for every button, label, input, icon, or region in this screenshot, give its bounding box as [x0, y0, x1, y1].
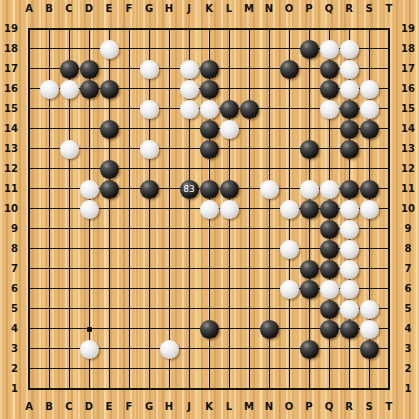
intersection-H13[interactable] — [159, 139, 179, 159]
intersection-F5[interactable] — [119, 299, 139, 319]
intersection-S12[interactable] — [359, 159, 379, 179]
intersection-E2[interactable] — [99, 359, 119, 379]
intersection-G16[interactable] — [139, 79, 159, 99]
intersection-B1[interactable] — [39, 379, 59, 399]
intersection-G11[interactable] — [139, 179, 159, 199]
intersection-N8[interactable] — [259, 239, 279, 259]
intersection-J9[interactable] — [179, 219, 199, 239]
intersection-M5[interactable] — [239, 299, 259, 319]
intersection-D4[interactable] — [79, 319, 99, 339]
intersection-G18[interactable] — [139, 39, 159, 59]
intersection-N1[interactable] — [259, 379, 279, 399]
intersection-L14[interactable] — [219, 119, 239, 139]
intersection-T9[interactable] — [379, 219, 399, 239]
intersection-S6[interactable] — [359, 279, 379, 299]
intersection-J16[interactable] — [179, 79, 199, 99]
intersection-S16[interactable] — [359, 79, 379, 99]
intersection-Q14[interactable] — [319, 119, 339, 139]
intersection-M3[interactable] — [239, 339, 259, 359]
intersection-C12[interactable] — [59, 159, 79, 179]
intersection-A15[interactable] — [19, 99, 39, 119]
intersection-K3[interactable] — [199, 339, 219, 359]
intersection-Q3[interactable] — [319, 339, 339, 359]
intersection-K10[interactable] — [199, 199, 219, 219]
intersection-N2[interactable] — [259, 359, 279, 379]
intersection-E10[interactable] — [99, 199, 119, 219]
intersection-Q15[interactable] — [319, 99, 339, 119]
intersection-G8[interactable] — [139, 239, 159, 259]
intersection-S4[interactable] — [359, 319, 379, 339]
intersection-L17[interactable] — [219, 59, 239, 79]
intersection-P13[interactable] — [299, 139, 319, 159]
intersection-R3[interactable] — [339, 339, 359, 359]
intersection-B4[interactable] — [39, 319, 59, 339]
intersection-P7[interactable] — [299, 259, 319, 279]
intersection-R12[interactable] — [339, 159, 359, 179]
intersection-G5[interactable] — [139, 299, 159, 319]
intersection-F7[interactable] — [119, 259, 139, 279]
intersection-R6[interactable] — [339, 279, 359, 299]
intersection-O18[interactable] — [279, 39, 299, 59]
intersection-H7[interactable] — [159, 259, 179, 279]
intersection-N11[interactable] — [259, 179, 279, 199]
intersection-C16[interactable] — [59, 79, 79, 99]
intersection-F3[interactable] — [119, 339, 139, 359]
intersection-P19[interactable] — [299, 19, 319, 39]
intersection-G14[interactable] — [139, 119, 159, 139]
intersection-P11[interactable] — [299, 179, 319, 199]
intersection-M18[interactable] — [239, 39, 259, 59]
intersection-B6[interactable] — [39, 279, 59, 299]
intersection-L13[interactable] — [219, 139, 239, 159]
intersection-Q19[interactable] — [319, 19, 339, 39]
intersection-R15[interactable] — [339, 99, 359, 119]
intersection-G9[interactable] — [139, 219, 159, 239]
intersection-A1[interactable] — [19, 379, 39, 399]
intersection-R7[interactable] — [339, 259, 359, 279]
intersection-P4[interactable] — [299, 319, 319, 339]
intersection-T10[interactable] — [379, 199, 399, 219]
intersection-B9[interactable] — [39, 219, 59, 239]
intersection-A18[interactable] — [19, 39, 39, 59]
intersection-C5[interactable] — [59, 299, 79, 319]
intersection-F15[interactable] — [119, 99, 139, 119]
intersection-R4[interactable] — [339, 319, 359, 339]
intersection-F9[interactable] — [119, 219, 139, 239]
intersection-K19[interactable] — [199, 19, 219, 39]
intersection-M13[interactable] — [239, 139, 259, 159]
intersection-M16[interactable] — [239, 79, 259, 99]
intersection-A7[interactable] — [19, 259, 39, 279]
intersection-B7[interactable] — [39, 259, 59, 279]
intersection-N18[interactable] — [259, 39, 279, 59]
intersection-C8[interactable] — [59, 239, 79, 259]
intersection-R11[interactable] — [339, 179, 359, 199]
intersection-D12[interactable] — [79, 159, 99, 179]
intersection-T4[interactable] — [379, 319, 399, 339]
intersection-O2[interactable] — [279, 359, 299, 379]
intersection-J14[interactable] — [179, 119, 199, 139]
intersection-R17[interactable] — [339, 59, 359, 79]
intersection-O17[interactable] — [279, 59, 299, 79]
intersection-P16[interactable] — [299, 79, 319, 99]
intersection-S13[interactable] — [359, 139, 379, 159]
intersection-O9[interactable] — [279, 219, 299, 239]
intersection-D10[interactable] — [79, 199, 99, 219]
intersection-T11[interactable] — [379, 179, 399, 199]
intersection-H14[interactable] — [159, 119, 179, 139]
intersection-T18[interactable] — [379, 39, 399, 59]
intersection-J4[interactable] — [179, 319, 199, 339]
intersection-J3[interactable] — [179, 339, 199, 359]
intersection-C14[interactable] — [59, 119, 79, 139]
intersection-P12[interactable] — [299, 159, 319, 179]
intersection-M6[interactable] — [239, 279, 259, 299]
intersection-N17[interactable] — [259, 59, 279, 79]
intersection-R19[interactable] — [339, 19, 359, 39]
intersection-K12[interactable] — [199, 159, 219, 179]
intersection-H17[interactable] — [159, 59, 179, 79]
intersection-G12[interactable] — [139, 159, 159, 179]
intersection-G2[interactable] — [139, 359, 159, 379]
intersection-C3[interactable] — [59, 339, 79, 359]
intersection-R18[interactable] — [339, 39, 359, 59]
intersection-N15[interactable] — [259, 99, 279, 119]
intersection-G6[interactable] — [139, 279, 159, 299]
intersection-C11[interactable] — [59, 179, 79, 199]
intersection-A11[interactable] — [19, 179, 39, 199]
intersection-J8[interactable] — [179, 239, 199, 259]
intersection-R1[interactable] — [339, 379, 359, 399]
intersection-A5[interactable] — [19, 299, 39, 319]
intersection-F18[interactable] — [119, 39, 139, 59]
intersection-C9[interactable] — [59, 219, 79, 239]
intersection-E17[interactable] — [99, 59, 119, 79]
intersection-M4[interactable] — [239, 319, 259, 339]
intersection-O1[interactable] — [279, 379, 299, 399]
intersection-A10[interactable] — [19, 199, 39, 219]
intersection-L8[interactable] — [219, 239, 239, 259]
intersection-B19[interactable] — [39, 19, 59, 39]
intersection-T16[interactable] — [379, 79, 399, 99]
intersection-M19[interactable] — [239, 19, 259, 39]
intersection-J10[interactable] — [179, 199, 199, 219]
intersection-K18[interactable] — [199, 39, 219, 59]
intersection-M7[interactable] — [239, 259, 259, 279]
intersection-D1[interactable] — [79, 379, 99, 399]
intersection-L15[interactable] — [219, 99, 239, 119]
intersection-N5[interactable] — [259, 299, 279, 319]
intersection-D15[interactable] — [79, 99, 99, 119]
intersection-H1[interactable] — [159, 379, 179, 399]
intersection-R2[interactable] — [339, 359, 359, 379]
intersection-K11[interactable] — [199, 179, 219, 199]
intersection-O12[interactable] — [279, 159, 299, 179]
intersection-J5[interactable] — [179, 299, 199, 319]
intersection-H4[interactable] — [159, 319, 179, 339]
intersection-O7[interactable] — [279, 259, 299, 279]
intersection-C10[interactable] — [59, 199, 79, 219]
intersection-D19[interactable] — [79, 19, 99, 39]
intersection-D3[interactable] — [79, 339, 99, 359]
intersection-K14[interactable] — [199, 119, 219, 139]
intersection-P14[interactable] — [299, 119, 319, 139]
intersection-E18[interactable] — [99, 39, 119, 59]
intersection-C7[interactable] — [59, 259, 79, 279]
intersection-N13[interactable] — [259, 139, 279, 159]
intersection-T14[interactable] — [379, 119, 399, 139]
intersection-D6[interactable] — [79, 279, 99, 299]
intersection-E8[interactable] — [99, 239, 119, 259]
intersection-E12[interactable] — [99, 159, 119, 179]
intersection-A13[interactable] — [19, 139, 39, 159]
intersection-E9[interactable] — [99, 219, 119, 239]
intersection-E19[interactable] — [99, 19, 119, 39]
intersection-E6[interactable] — [99, 279, 119, 299]
intersection-A9[interactable] — [19, 219, 39, 239]
intersection-M1[interactable] — [239, 379, 259, 399]
intersection-T7[interactable] — [379, 259, 399, 279]
intersection-G17[interactable] — [139, 59, 159, 79]
intersection-C6[interactable] — [59, 279, 79, 299]
intersection-E14[interactable] — [99, 119, 119, 139]
intersection-H11[interactable] — [159, 179, 179, 199]
intersection-R13[interactable] — [339, 139, 359, 159]
intersection-C17[interactable] — [59, 59, 79, 79]
intersection-F13[interactable] — [119, 139, 139, 159]
intersection-Q9[interactable] — [319, 219, 339, 239]
intersection-G15[interactable] — [139, 99, 159, 119]
intersection-J13[interactable] — [179, 139, 199, 159]
intersection-L12[interactable] — [219, 159, 239, 179]
intersection-S2[interactable] — [359, 359, 379, 379]
intersection-L18[interactable] — [219, 39, 239, 59]
intersection-P18[interactable] — [299, 39, 319, 59]
intersection-E7[interactable] — [99, 259, 119, 279]
intersection-S19[interactable] — [359, 19, 379, 39]
intersection-J1[interactable] — [179, 379, 199, 399]
intersection-T1[interactable] — [379, 379, 399, 399]
intersection-H12[interactable] — [159, 159, 179, 179]
intersection-D17[interactable] — [79, 59, 99, 79]
intersection-T5[interactable] — [379, 299, 399, 319]
intersection-L2[interactable] — [219, 359, 239, 379]
intersection-S11[interactable] — [359, 179, 379, 199]
intersection-J15[interactable] — [179, 99, 199, 119]
intersection-T12[interactable] — [379, 159, 399, 179]
intersection-R8[interactable] — [339, 239, 359, 259]
intersection-O6[interactable] — [279, 279, 299, 299]
intersection-H18[interactable] — [159, 39, 179, 59]
intersection-S14[interactable] — [359, 119, 379, 139]
intersection-J7[interactable] — [179, 259, 199, 279]
intersection-P8[interactable] — [299, 239, 319, 259]
intersection-M15[interactable] — [239, 99, 259, 119]
intersection-S3[interactable] — [359, 339, 379, 359]
intersection-N14[interactable] — [259, 119, 279, 139]
intersection-L16[interactable] — [219, 79, 239, 99]
intersection-F14[interactable] — [119, 119, 139, 139]
intersection-K6[interactable] — [199, 279, 219, 299]
intersection-E11[interactable] — [99, 179, 119, 199]
intersection-T13[interactable] — [379, 139, 399, 159]
intersection-A19[interactable] — [19, 19, 39, 39]
intersection-D2[interactable] — [79, 359, 99, 379]
intersection-K16[interactable] — [199, 79, 219, 99]
intersection-B5[interactable] — [39, 299, 59, 319]
intersection-D18[interactable] — [79, 39, 99, 59]
intersection-G3[interactable] — [139, 339, 159, 359]
intersection-Q4[interactable] — [319, 319, 339, 339]
intersection-G4[interactable] — [139, 319, 159, 339]
intersection-A8[interactable] — [19, 239, 39, 259]
intersection-F2[interactable] — [119, 359, 139, 379]
intersection-F17[interactable] — [119, 59, 139, 79]
intersection-T15[interactable] — [379, 99, 399, 119]
intersection-A4[interactable] — [19, 319, 39, 339]
intersection-Q5[interactable] — [319, 299, 339, 319]
intersection-N16[interactable] — [259, 79, 279, 99]
intersection-T6[interactable] — [379, 279, 399, 299]
intersection-C13[interactable] — [59, 139, 79, 159]
intersection-D8[interactable] — [79, 239, 99, 259]
intersection-F11[interactable] — [119, 179, 139, 199]
intersection-B12[interactable] — [39, 159, 59, 179]
intersection-K8[interactable] — [199, 239, 219, 259]
intersection-Q12[interactable] — [319, 159, 339, 179]
intersection-L3[interactable] — [219, 339, 239, 359]
intersection-N12[interactable] — [259, 159, 279, 179]
intersection-D14[interactable] — [79, 119, 99, 139]
intersection-M8[interactable] — [239, 239, 259, 259]
intersection-M2[interactable] — [239, 359, 259, 379]
intersection-P1[interactable] — [299, 379, 319, 399]
intersection-Q16[interactable] — [319, 79, 339, 99]
intersection-Q11[interactable] — [319, 179, 339, 199]
intersection-E16[interactable] — [99, 79, 119, 99]
intersection-R16[interactable] — [339, 79, 359, 99]
intersection-G13[interactable] — [139, 139, 159, 159]
intersection-J18[interactable] — [179, 39, 199, 59]
intersection-A2[interactable] — [19, 359, 39, 379]
intersection-S15[interactable] — [359, 99, 379, 119]
intersection-M10[interactable] — [239, 199, 259, 219]
intersection-Q2[interactable] — [319, 359, 339, 379]
intersection-P17[interactable] — [299, 59, 319, 79]
intersection-S5[interactable] — [359, 299, 379, 319]
intersection-K9[interactable] — [199, 219, 219, 239]
intersection-L7[interactable] — [219, 259, 239, 279]
intersection-T8[interactable] — [379, 239, 399, 259]
intersection-R14[interactable] — [339, 119, 359, 139]
intersection-Q8[interactable] — [319, 239, 339, 259]
intersection-B13[interactable] — [39, 139, 59, 159]
intersection-A16[interactable] — [19, 79, 39, 99]
intersection-D7[interactable] — [79, 259, 99, 279]
intersection-B17[interactable] — [39, 59, 59, 79]
intersection-T3[interactable] — [379, 339, 399, 359]
intersection-T19[interactable] — [379, 19, 399, 39]
intersection-P9[interactable] — [299, 219, 319, 239]
intersection-S10[interactable] — [359, 199, 379, 219]
intersection-L19[interactable] — [219, 19, 239, 39]
intersection-D13[interactable] — [79, 139, 99, 159]
intersection-B18[interactable] — [39, 39, 59, 59]
intersection-H10[interactable] — [159, 199, 179, 219]
intersection-E13[interactable] — [99, 139, 119, 159]
intersection-G1[interactable] — [139, 379, 159, 399]
intersection-N19[interactable] — [259, 19, 279, 39]
intersection-Q1[interactable] — [319, 379, 339, 399]
intersection-O13[interactable] — [279, 139, 299, 159]
intersection-M11[interactable] — [239, 179, 259, 199]
intersection-C15[interactable] — [59, 99, 79, 119]
intersection-M9[interactable] — [239, 219, 259, 239]
intersection-F4[interactable] — [119, 319, 139, 339]
intersection-A6[interactable] — [19, 279, 39, 299]
intersection-S17[interactable] — [359, 59, 379, 79]
intersection-K7[interactable] — [199, 259, 219, 279]
intersection-G10[interactable] — [139, 199, 159, 219]
intersection-M12[interactable] — [239, 159, 259, 179]
intersection-S7[interactable] — [359, 259, 379, 279]
intersection-K1[interactable] — [199, 379, 219, 399]
intersection-P2[interactable] — [299, 359, 319, 379]
intersection-K17[interactable] — [199, 59, 219, 79]
intersection-C4[interactable] — [59, 319, 79, 339]
intersection-P15[interactable] — [299, 99, 319, 119]
intersection-O8[interactable] — [279, 239, 299, 259]
intersection-O16[interactable] — [279, 79, 299, 99]
intersection-N7[interactable] — [259, 259, 279, 279]
intersection-P10[interactable] — [299, 199, 319, 219]
intersection-K5[interactable] — [199, 299, 219, 319]
intersection-A12[interactable] — [19, 159, 39, 179]
intersection-O19[interactable] — [279, 19, 299, 39]
intersection-H8[interactable] — [159, 239, 179, 259]
intersection-Q13[interactable] — [319, 139, 339, 159]
intersection-C19[interactable] — [59, 19, 79, 39]
intersection-O10[interactable] — [279, 199, 299, 219]
intersection-J6[interactable] — [179, 279, 199, 299]
intersection-N3[interactable] — [259, 339, 279, 359]
intersection-D9[interactable] — [79, 219, 99, 239]
intersection-T17[interactable] — [379, 59, 399, 79]
intersection-B16[interactable] — [39, 79, 59, 99]
intersection-F19[interactable] — [119, 19, 139, 39]
intersection-D16[interactable] — [79, 79, 99, 99]
intersection-H5[interactable] — [159, 299, 179, 319]
intersection-T2[interactable] — [379, 359, 399, 379]
intersection-K2[interactable] — [199, 359, 219, 379]
intersection-K4[interactable] — [199, 319, 219, 339]
intersection-J12[interactable] — [179, 159, 199, 179]
intersection-E4[interactable] — [99, 319, 119, 339]
intersection-H2[interactable] — [159, 359, 179, 379]
intersection-E15[interactable] — [99, 99, 119, 119]
intersection-J17[interactable] — [179, 59, 199, 79]
intersection-H6[interactable] — [159, 279, 179, 299]
intersection-H19[interactable] — [159, 19, 179, 39]
intersection-Q18[interactable] — [319, 39, 339, 59]
intersection-R9[interactable] — [339, 219, 359, 239]
intersection-E5[interactable] — [99, 299, 119, 319]
intersection-N10[interactable] — [259, 199, 279, 219]
intersection-O5[interactable] — [279, 299, 299, 319]
intersection-F1[interactable] — [119, 379, 139, 399]
intersection-N4[interactable] — [259, 319, 279, 339]
intersection-B10[interactable] — [39, 199, 59, 219]
